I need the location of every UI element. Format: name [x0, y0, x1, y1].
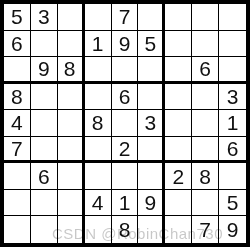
- cell-r3c9[interactable]: [219, 57, 246, 84]
- cell-r8c5[interactable]: 1: [112, 190, 139, 217]
- cell-r7c9[interactable]: [219, 163, 246, 190]
- cell-r6c4[interactable]: [85, 137, 112, 164]
- cell-r2c1[interactable]: 6: [4, 31, 31, 58]
- cell-r5c4[interactable]: 8: [85, 110, 112, 137]
- cell-r8c4[interactable]: 4: [85, 190, 112, 217]
- cell-r4c4[interactable]: [85, 84, 112, 111]
- cell-r7c5[interactable]: [112, 163, 139, 190]
- cell-r2c2[interactable]: [31, 31, 58, 58]
- cell-r2c8[interactable]: [192, 31, 219, 58]
- cell-r6c2[interactable]: [31, 137, 58, 164]
- cell-r3c8[interactable]: 6: [192, 57, 219, 84]
- cell-r3c7[interactable]: [165, 57, 192, 84]
- cell-r8c9[interactable]: 5: [219, 190, 246, 217]
- cell-r9c8[interactable]: 7: [192, 216, 219, 243]
- cell-r9c5[interactable]: 8: [112, 216, 139, 243]
- cell-r2c9[interactable]: [219, 31, 246, 58]
- cell-r9c7[interactable]: [165, 216, 192, 243]
- cell-r4c6[interactable]: [138, 84, 165, 111]
- cell-r1c9[interactable]: [219, 4, 246, 31]
- cell-r5c5[interactable]: [112, 110, 139, 137]
- cell-r8c8[interactable]: [192, 190, 219, 217]
- cell-r3c2[interactable]: 9: [31, 57, 58, 84]
- cell-r9c1[interactable]: [4, 216, 31, 243]
- cell-r7c2[interactable]: 6: [31, 163, 58, 190]
- cell-r5c7[interactable]: [165, 110, 192, 137]
- cell-r2c3[interactable]: [58, 31, 85, 58]
- cell-r7c1[interactable]: [4, 163, 31, 190]
- cell-r8c3[interactable]: [58, 190, 85, 217]
- cell-r1c2[interactable]: 3: [31, 4, 58, 31]
- sudoku-board: 537619598686348317266284195879: [0, 0, 250, 247]
- cell-r4c1[interactable]: 8: [4, 84, 31, 111]
- cell-r4c9[interactable]: 3: [219, 84, 246, 111]
- cell-r5c3[interactable]: [58, 110, 85, 137]
- cell-r2c7[interactable]: [165, 31, 192, 58]
- cell-r7c3[interactable]: [58, 163, 85, 190]
- cell-r8c2[interactable]: [31, 190, 58, 217]
- cell-r9c9[interactable]: 9: [219, 216, 246, 243]
- cell-r2c6[interactable]: 5: [138, 31, 165, 58]
- cell-r4c5[interactable]: 6: [112, 84, 139, 111]
- cell-r9c4[interactable]: [85, 216, 112, 243]
- cell-r2c5[interactable]: 9: [112, 31, 139, 58]
- cell-r1c6[interactable]: [138, 4, 165, 31]
- cell-r7c7[interactable]: 2: [165, 163, 192, 190]
- cell-r1c8[interactable]: [192, 4, 219, 31]
- cell-r9c3[interactable]: [58, 216, 85, 243]
- cell-r7c6[interactable]: [138, 163, 165, 190]
- cell-r6c9[interactable]: 6: [219, 137, 246, 164]
- cell-r9c2[interactable]: [31, 216, 58, 243]
- cell-r7c4[interactable]: [85, 163, 112, 190]
- cell-r6c6[interactable]: [138, 137, 165, 164]
- cell-r3c1[interactable]: [4, 57, 31, 84]
- cell-r3c6[interactable]: [138, 57, 165, 84]
- sudoku-diagram: 537619598686348317266284195879 CSDN @Rob…: [0, 0, 250, 250]
- cell-r5c6[interactable]: 3: [138, 110, 165, 137]
- cell-r5c2[interactable]: [31, 110, 58, 137]
- cell-r8c6[interactable]: 9: [138, 190, 165, 217]
- cell-r5c9[interactable]: 1: [219, 110, 246, 137]
- cell-r9c6[interactable]: [138, 216, 165, 243]
- cell-r7c8[interactable]: 8: [192, 163, 219, 190]
- cell-r8c7[interactable]: [165, 190, 192, 217]
- cell-r5c1[interactable]: 4: [4, 110, 31, 137]
- cell-r5c8[interactable]: [192, 110, 219, 137]
- cell-r1c4[interactable]: [85, 4, 112, 31]
- cell-r6c7[interactable]: [165, 137, 192, 164]
- cell-r1c3[interactable]: [58, 4, 85, 31]
- cell-r4c3[interactable]: [58, 84, 85, 111]
- cell-r4c8[interactable]: [192, 84, 219, 111]
- cell-r6c1[interactable]: 7: [4, 137, 31, 164]
- cell-r8c1[interactable]: [4, 190, 31, 217]
- cell-r3c3[interactable]: 8: [58, 57, 85, 84]
- cell-r1c5[interactable]: 7: [112, 4, 139, 31]
- cell-r1c1[interactable]: 5: [4, 4, 31, 31]
- cell-r4c2[interactable]: [31, 84, 58, 111]
- cell-r3c5[interactable]: [112, 57, 139, 84]
- cell-r2c4[interactable]: 1: [85, 31, 112, 58]
- cell-r6c5[interactable]: 2: [112, 137, 139, 164]
- cell-r1c7[interactable]: [165, 4, 192, 31]
- cell-r4c7[interactable]: [165, 84, 192, 111]
- cell-r3c4[interactable]: [85, 57, 112, 84]
- cell-r6c8[interactable]: [192, 137, 219, 164]
- cell-r6c3[interactable]: [58, 137, 85, 164]
